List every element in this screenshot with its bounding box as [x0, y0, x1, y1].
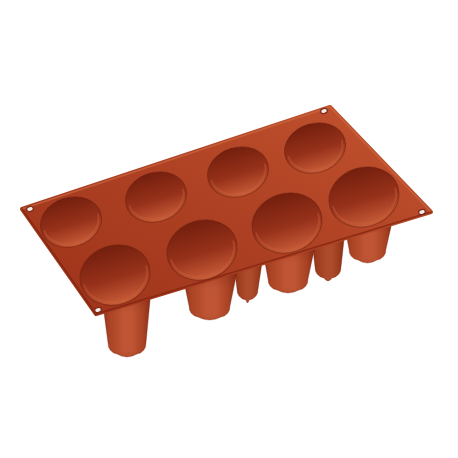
photo-stage — [0, 0, 458, 458]
product-photo-silicone-mold — [0, 0, 458, 458]
